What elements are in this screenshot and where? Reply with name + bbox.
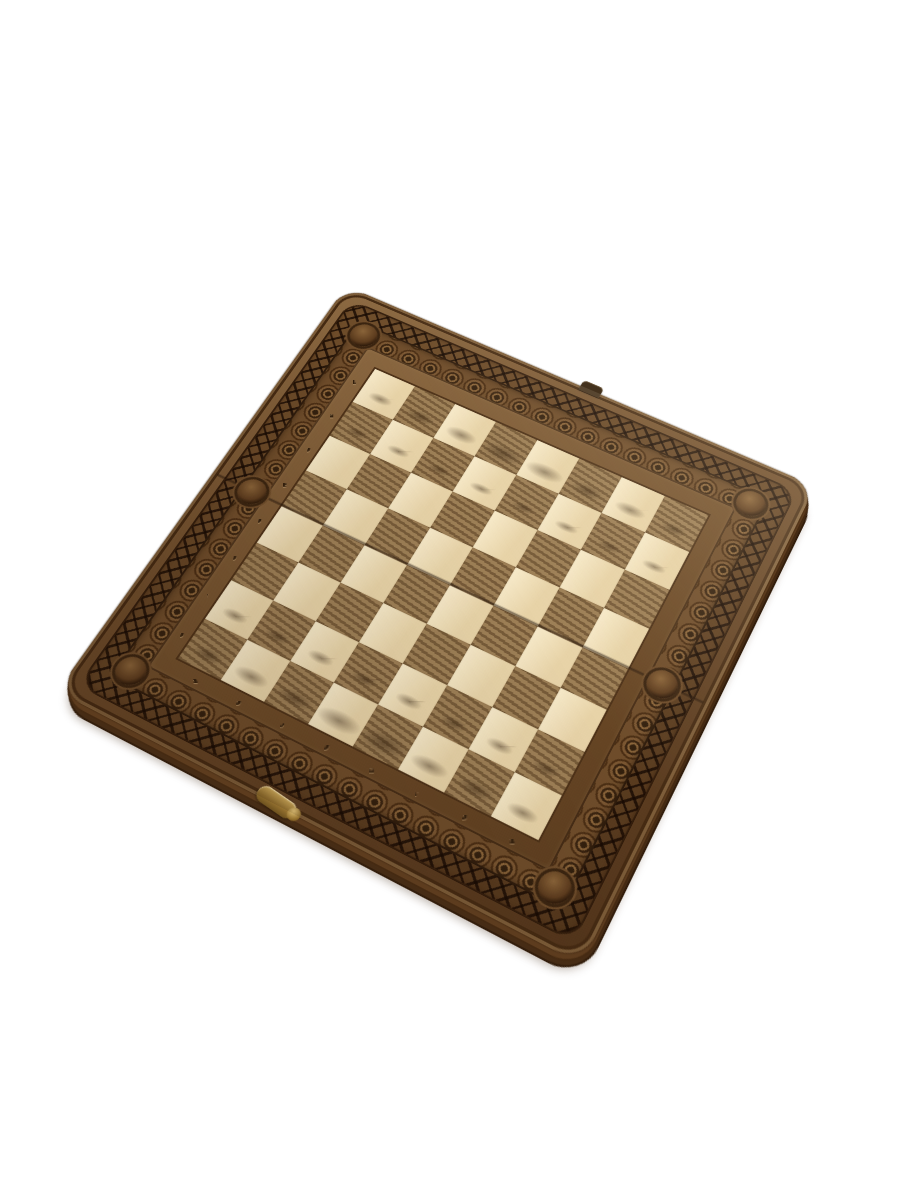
product-photo-scene: ABCDEFGH12345678♜♞♝♚♛♝♞♜♟♟♟♟♟♟♟♟♟♟♟♟♟♟♟♟… — [0, 0, 900, 1200]
board-box: ABCDEFGH12345678♜♞♝♚♛♝♞♜♟♟♟♟♟♟♟♟♟♟♟♟♟♟♟♟… — [57, 286, 815, 964]
